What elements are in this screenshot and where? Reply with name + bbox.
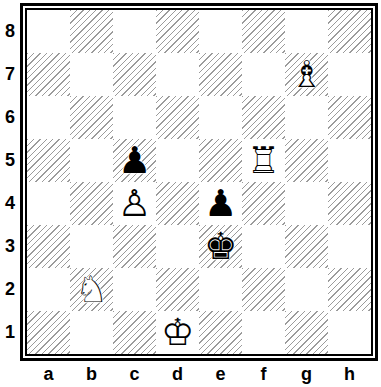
- rank-label-7: 7: [0, 53, 20, 96]
- white-knight-piece: ♞♘: [70, 268, 113, 311]
- rank-label-8: 8: [0, 10, 20, 53]
- square-a2: [27, 268, 70, 311]
- rank-label-6: 6: [0, 96, 20, 139]
- rank-label-3: 3: [0, 225, 20, 268]
- square-a6: [27, 96, 70, 139]
- square-h5: [328, 139, 371, 182]
- black-pawn-glyph: ♟: [199, 182, 242, 225]
- square-h8: [328, 10, 371, 53]
- rank-label-2: 2: [0, 268, 20, 311]
- square-d3: [156, 225, 199, 268]
- square-c8: [113, 10, 156, 53]
- square-b4: [70, 182, 113, 225]
- rank-label-5: 5: [0, 139, 20, 182]
- square-c6: [113, 96, 156, 139]
- white-bishop-piece: ♝♗: [285, 53, 328, 96]
- rank-label-4: 4: [0, 182, 20, 225]
- chess-board: ♝♗♟♜♖♟♙♟♚♞♘♚♔: [25, 8, 373, 356]
- black-king-glyph: ♚: [199, 225, 242, 268]
- rank-label-1: 1: [0, 311, 20, 354]
- square-g1: [285, 311, 328, 354]
- square-b2: ♞♘: [70, 268, 113, 311]
- square-h3: [328, 225, 371, 268]
- file-label-d: d: [156, 361, 199, 387]
- white-king-outline: ♔: [156, 311, 199, 354]
- square-a1: [27, 311, 70, 354]
- square-h2: [328, 268, 371, 311]
- black-pawn-piece: ♟: [199, 182, 242, 225]
- square-a8: [27, 10, 70, 53]
- square-f8: [242, 10, 285, 53]
- square-e3: ♚: [199, 225, 242, 268]
- square-e2: [199, 268, 242, 311]
- square-e6: [199, 96, 242, 139]
- square-g3: [285, 225, 328, 268]
- square-a4: [27, 182, 70, 225]
- square-a5: [27, 139, 70, 182]
- square-c5: ♟: [113, 139, 156, 182]
- square-d6: [156, 96, 199, 139]
- file-label-a: a: [27, 361, 70, 387]
- square-c1: [113, 311, 156, 354]
- square-e4: ♟: [199, 182, 242, 225]
- square-g2: [285, 268, 328, 311]
- square-g4: [285, 182, 328, 225]
- white-bishop-outline: ♗: [285, 53, 328, 96]
- square-b3: [70, 225, 113, 268]
- white-pawn-piece: ♟♙: [113, 182, 156, 225]
- white-pawn-outline: ♙: [113, 182, 156, 225]
- square-d8: [156, 10, 199, 53]
- board-area: 87654321 ♝♗♟♜♖♟♙♟♚♞♘♚♔: [0, 3, 381, 361]
- square-b5: [70, 139, 113, 182]
- white-rook-piece: ♜♖: [242, 139, 285, 182]
- square-d5: [156, 139, 199, 182]
- square-c2: [113, 268, 156, 311]
- square-f2: [242, 268, 285, 311]
- square-d1: ♚♔: [156, 311, 199, 354]
- square-f1: [242, 311, 285, 354]
- square-c7: [113, 53, 156, 96]
- rank-labels: 87654321: [0, 3, 20, 354]
- file-label-h: h: [328, 361, 371, 387]
- square-f4: [242, 182, 285, 225]
- black-pawn-piece: ♟: [113, 139, 156, 182]
- file-label-e: e: [199, 361, 242, 387]
- square-a7: [27, 53, 70, 96]
- square-g7: ♝♗: [285, 53, 328, 96]
- board-frame: ♝♗♟♜♖♟♙♟♚♞♘♚♔: [20, 3, 378, 361]
- square-g8: [285, 10, 328, 53]
- square-h6: [328, 96, 371, 139]
- square-e8: [199, 10, 242, 53]
- chess-diagram: 87654321 ♝♗♟♜♖♟♙♟♚♞♘♚♔ abcdefgh: [0, 0, 381, 387]
- square-e5: [199, 139, 242, 182]
- black-king-piece: ♚: [199, 225, 242, 268]
- square-d7: [156, 53, 199, 96]
- square-a3: [27, 225, 70, 268]
- white-knight-outline: ♘: [70, 268, 113, 311]
- square-b8: [70, 10, 113, 53]
- square-g6: [285, 96, 328, 139]
- square-c3: [113, 225, 156, 268]
- square-c4: ♟♙: [113, 182, 156, 225]
- file-label-c: c: [113, 361, 156, 387]
- file-label-f: f: [242, 361, 285, 387]
- square-f7: [242, 53, 285, 96]
- file-label-g: g: [285, 361, 328, 387]
- square-d4: [156, 182, 199, 225]
- square-e7: [199, 53, 242, 96]
- square-b6: [70, 96, 113, 139]
- white-rook-outline: ♖: [242, 139, 285, 182]
- square-f6: [242, 96, 285, 139]
- black-pawn-glyph: ♟: [113, 139, 156, 182]
- square-h7: [328, 53, 371, 96]
- square-d2: [156, 268, 199, 311]
- white-king-piece: ♚♔: [156, 311, 199, 354]
- square-h1: [328, 311, 371, 354]
- square-h4: [328, 182, 371, 225]
- file-label-b: b: [70, 361, 113, 387]
- square-b7: [70, 53, 113, 96]
- square-f5: ♜♖: [242, 139, 285, 182]
- file-labels: abcdefgh: [27, 361, 381, 387]
- square-f3: [242, 225, 285, 268]
- square-b1: [70, 311, 113, 354]
- square-g5: [285, 139, 328, 182]
- square-e1: [199, 311, 242, 354]
